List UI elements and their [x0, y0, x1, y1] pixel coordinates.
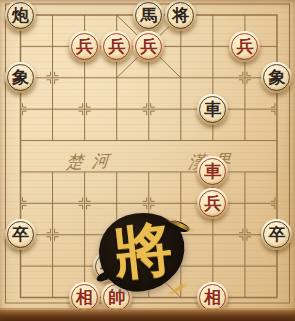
piece-red-soldier[interactable]: 兵 [133, 31, 164, 62]
piece-glyph: 炮 [12, 7, 29, 24]
piece-glyph: 象 [12, 69, 29, 86]
piece-glyph: 卒 [268, 226, 285, 243]
piece-red-soldier[interactable]: 兵 [197, 188, 228, 219]
piece-red-soldier[interactable]: 兵 [229, 31, 260, 62]
piece-glyph: 帥 [108, 289, 125, 306]
piece-black-soldier[interactable]: 卒 [261, 219, 292, 250]
piece-glyph: 車 [204, 163, 221, 180]
piece-red-soldier[interactable]: 兵 [69, 31, 100, 62]
piece-glyph: 兵 [76, 38, 93, 55]
piece-glyph: 馬 [140, 7, 157, 24]
piece-black-soldier[interactable]: 卒 [5, 219, 36, 250]
piece-glyph: 兵 [204, 195, 221, 212]
piece-black-chariot[interactable]: 車 [197, 94, 228, 125]
pieces-layer: 炮馬将兵兵兵兵象象車車兵卒卒卒相帥相 [0, 0, 295, 321]
piece-glyph: 相 [204, 289, 221, 306]
piece-glyph: 兵 [140, 38, 157, 55]
piece-glyph: 将 [172, 7, 189, 24]
piece-glyph: 兵 [236, 38, 253, 55]
piece-black-elephant[interactable]: 象 [5, 62, 36, 93]
piece-black-elephant[interactable]: 象 [261, 62, 292, 93]
piece-black-soldier[interactable]: 卒 [93, 251, 124, 282]
piece-glyph: 卒 [12, 226, 29, 243]
xiangqi-board: 楚河 漢界 炮馬将兵兵兵兵象象車車兵卒卒卒相帥相 將 [0, 0, 295, 321]
piece-glyph: 卒 [100, 258, 117, 275]
piece-black-horse[interactable]: 馬 [133, 0, 164, 31]
piece-glyph: 兵 [108, 38, 125, 55]
piece-black-cannon[interactable]: 炮 [5, 0, 36, 31]
piece-glyph: 車 [204, 101, 221, 118]
piece-glyph: 相 [76, 289, 93, 306]
piece-red-soldier[interactable]: 兵 [101, 31, 132, 62]
piece-glyph: 象 [268, 69, 285, 86]
piece-red-chariot[interactable]: 車 [197, 156, 228, 187]
piece-black-general[interactable]: 将 [165, 0, 196, 31]
board-bottom-bezel [0, 308, 295, 321]
